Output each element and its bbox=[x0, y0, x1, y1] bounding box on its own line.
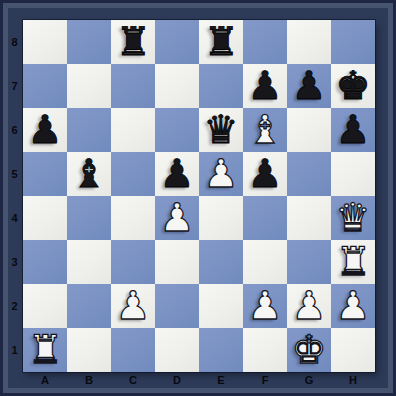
square-a1[interactable]: ♜ bbox=[23, 328, 67, 372]
square-d2[interactable] bbox=[155, 284, 199, 328]
square-h3[interactable]: ♜ bbox=[331, 240, 375, 284]
square-c5[interactable] bbox=[111, 152, 155, 196]
square-c1[interactable] bbox=[111, 328, 155, 372]
square-h1[interactable] bbox=[331, 328, 375, 372]
piece-black-pawn[interactable]: ♟ bbox=[331, 108, 375, 152]
piece-black-pawn[interactable]: ♟ bbox=[243, 64, 287, 108]
piece-black-bishop[interactable]: ♝ bbox=[67, 152, 111, 196]
piece-white-queen[interactable]: ♛ bbox=[331, 196, 375, 240]
file-label-b: B bbox=[67, 372, 111, 388]
square-b5[interactable]: ♝ bbox=[67, 152, 111, 196]
square-e8[interactable]: ♜ bbox=[199, 20, 243, 64]
square-b2[interactable] bbox=[67, 284, 111, 328]
rank-labels: 87654321 bbox=[6, 20, 23, 372]
piece-white-bishop[interactable]: ♝ bbox=[243, 108, 287, 152]
square-c4[interactable] bbox=[111, 196, 155, 240]
piece-white-rook[interactable]: ♜ bbox=[23, 328, 67, 372]
square-g5[interactable] bbox=[287, 152, 331, 196]
square-a6[interactable]: ♟ bbox=[23, 108, 67, 152]
chess-board[interactable]: ♜♜♟♟♚♟♛♝♟♝♟♟♟♟♛♜♟♟♟♟♜♚ bbox=[23, 20, 375, 372]
square-b3[interactable] bbox=[67, 240, 111, 284]
square-g6[interactable] bbox=[287, 108, 331, 152]
square-g8[interactable] bbox=[287, 20, 331, 64]
square-h5[interactable] bbox=[331, 152, 375, 196]
rank-label-7: 7 bbox=[6, 64, 23, 108]
piece-black-rook[interactable]: ♜ bbox=[111, 20, 155, 64]
square-g3[interactable] bbox=[287, 240, 331, 284]
piece-black-pawn[interactable]: ♟ bbox=[243, 152, 287, 196]
square-a8[interactable] bbox=[23, 20, 67, 64]
square-f2[interactable]: ♟ bbox=[243, 284, 287, 328]
rank-label-3: 3 bbox=[6, 240, 23, 284]
piece-white-king[interactable]: ♚ bbox=[287, 328, 331, 372]
piece-black-queen[interactable]: ♛ bbox=[199, 108, 243, 152]
square-c8[interactable]: ♜ bbox=[111, 20, 155, 64]
square-d1[interactable] bbox=[155, 328, 199, 372]
square-c7[interactable] bbox=[111, 64, 155, 108]
square-d8[interactable] bbox=[155, 20, 199, 64]
piece-white-pawn[interactable]: ♟ bbox=[111, 284, 155, 328]
square-f8[interactable] bbox=[243, 20, 287, 64]
rank-label-4: 4 bbox=[6, 196, 23, 240]
square-e7[interactable] bbox=[199, 64, 243, 108]
square-h6[interactable]: ♟ bbox=[331, 108, 375, 152]
square-a5[interactable] bbox=[23, 152, 67, 196]
square-f4[interactable] bbox=[243, 196, 287, 240]
piece-white-pawn[interactable]: ♟ bbox=[199, 152, 243, 196]
square-a7[interactable] bbox=[23, 64, 67, 108]
file-label-c: C bbox=[111, 372, 155, 388]
square-e5[interactable]: ♟ bbox=[199, 152, 243, 196]
square-f1[interactable] bbox=[243, 328, 287, 372]
piece-black-king[interactable]: ♚ bbox=[331, 64, 375, 108]
piece-white-pawn[interactable]: ♟ bbox=[155, 196, 199, 240]
rank-label-1: 1 bbox=[6, 328, 23, 372]
piece-white-pawn[interactable]: ♟ bbox=[243, 284, 287, 328]
square-e2[interactable] bbox=[199, 284, 243, 328]
file-label-a: A bbox=[23, 372, 67, 388]
file-label-f: F bbox=[243, 372, 287, 388]
file-label-d: D bbox=[155, 372, 199, 388]
square-d7[interactable] bbox=[155, 64, 199, 108]
piece-black-pawn[interactable]: ♟ bbox=[287, 64, 331, 108]
rank-label-8: 8 bbox=[6, 20, 23, 64]
square-e1[interactable] bbox=[199, 328, 243, 372]
square-b8[interactable] bbox=[67, 20, 111, 64]
rank-label-5: 5 bbox=[6, 152, 23, 196]
square-h2[interactable]: ♟ bbox=[331, 284, 375, 328]
square-b1[interactable] bbox=[67, 328, 111, 372]
file-labels: ABCDEFGH bbox=[23, 372, 375, 388]
file-label-h: H bbox=[331, 372, 375, 388]
square-g1[interactable]: ♚ bbox=[287, 328, 331, 372]
square-a3[interactable] bbox=[23, 240, 67, 284]
file-label-e: E bbox=[199, 372, 243, 388]
square-d5[interactable]: ♟ bbox=[155, 152, 199, 196]
square-g7[interactable]: ♟ bbox=[287, 64, 331, 108]
square-b7[interactable] bbox=[67, 64, 111, 108]
square-c6[interactable] bbox=[111, 108, 155, 152]
rank-label-6: 6 bbox=[6, 108, 23, 152]
piece-white-pawn[interactable]: ♟ bbox=[287, 284, 331, 328]
square-f6[interactable]: ♝ bbox=[243, 108, 287, 152]
square-f5[interactable]: ♟ bbox=[243, 152, 287, 196]
square-b6[interactable] bbox=[67, 108, 111, 152]
square-e6[interactable]: ♛ bbox=[199, 108, 243, 152]
piece-white-rook[interactable]: ♜ bbox=[331, 240, 375, 284]
square-f3[interactable] bbox=[243, 240, 287, 284]
square-f7[interactable]: ♟ bbox=[243, 64, 287, 108]
square-d3[interactable] bbox=[155, 240, 199, 284]
piece-white-pawn[interactable]: ♟ bbox=[331, 284, 375, 328]
file-label-g: G bbox=[287, 372, 331, 388]
square-a4[interactable] bbox=[23, 196, 67, 240]
piece-black-pawn[interactable]: ♟ bbox=[155, 152, 199, 196]
rank-label-2: 2 bbox=[6, 284, 23, 328]
square-d6[interactable] bbox=[155, 108, 199, 152]
square-d4[interactable]: ♟ bbox=[155, 196, 199, 240]
square-h7[interactable]: ♚ bbox=[331, 64, 375, 108]
square-e3[interactable] bbox=[199, 240, 243, 284]
square-c3[interactable] bbox=[111, 240, 155, 284]
square-g2[interactable]: ♟ bbox=[287, 284, 331, 328]
chessboard-frame: 87654321 ♜♜♟♟♚♟♛♝♟♝♟♟♟♟♛♜♟♟♟♟♜♚ ABCDEFGH bbox=[0, 0, 396, 396]
square-h8[interactable] bbox=[331, 20, 375, 64]
square-b4[interactable] bbox=[67, 196, 111, 240]
square-a2[interactable] bbox=[23, 284, 67, 328]
square-c2[interactable]: ♟ bbox=[111, 284, 155, 328]
piece-black-pawn[interactable]: ♟ bbox=[23, 108, 67, 152]
square-h4[interactable]: ♛ bbox=[331, 196, 375, 240]
square-e4[interactable] bbox=[199, 196, 243, 240]
piece-black-rook[interactable]: ♜ bbox=[199, 20, 243, 64]
square-g4[interactable] bbox=[287, 196, 331, 240]
